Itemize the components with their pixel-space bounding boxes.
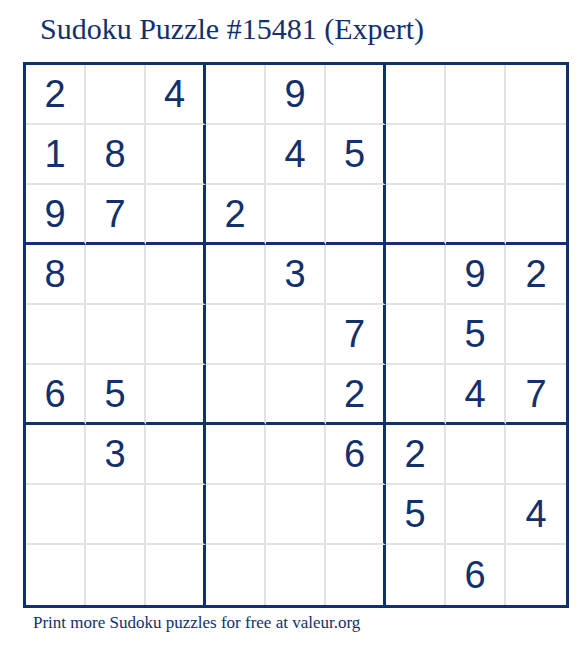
cell-r4c8[interactable]: 9 xyxy=(446,245,506,305)
cell-r6c7[interactable] xyxy=(386,365,446,425)
cell-r1c4[interactable] xyxy=(206,65,266,125)
cell-r7c9[interactable] xyxy=(506,425,566,485)
cell-r4c9[interactable]: 2 xyxy=(506,245,566,305)
cell-r8c5[interactable] xyxy=(266,485,326,545)
cell-r1c2[interactable] xyxy=(86,65,146,125)
cell-r9c5[interactable] xyxy=(266,545,326,605)
cell-r8c8[interactable] xyxy=(446,485,506,545)
cell-r1c1[interactable]: 2 xyxy=(26,65,86,125)
given-digit: 6 xyxy=(44,375,65,413)
given-digit: 4 xyxy=(164,75,185,113)
cell-r4c6[interactable] xyxy=(326,245,386,305)
cell-r7c4[interactable] xyxy=(206,425,266,485)
cell-r1c8[interactable] xyxy=(446,65,506,125)
cell-r2c6[interactable]: 5 xyxy=(326,125,386,185)
cell-r5c1[interactable] xyxy=(26,305,86,365)
cell-r7c3[interactable] xyxy=(146,425,206,485)
given-digit: 9 xyxy=(284,75,305,113)
given-digit: 5 xyxy=(464,315,485,353)
given-digit: 2 xyxy=(44,75,65,113)
given-digit: 1 xyxy=(44,135,65,173)
cell-r1c7[interactable] xyxy=(386,65,446,125)
given-digit: 7 xyxy=(525,375,546,413)
cell-r3c9[interactable] xyxy=(506,185,566,245)
given-digit: 5 xyxy=(344,135,365,173)
cell-r1c6[interactable] xyxy=(326,65,386,125)
cell-r2c2[interactable]: 8 xyxy=(86,125,146,185)
cell-r1c3[interactable]: 4 xyxy=(146,65,206,125)
cell-r2c5[interactable]: 4 xyxy=(266,125,326,185)
cell-r9c2[interactable] xyxy=(86,545,146,605)
cell-r4c4[interactable] xyxy=(206,245,266,305)
given-digit: 6 xyxy=(344,435,365,473)
cell-r3c8[interactable] xyxy=(446,185,506,245)
given-digit: 4 xyxy=(525,495,546,533)
cell-r2c9[interactable] xyxy=(506,125,566,185)
cell-r7c2[interactable]: 3 xyxy=(86,425,146,485)
cell-r7c6[interactable]: 6 xyxy=(326,425,386,485)
cell-r1c9[interactable] xyxy=(506,65,566,125)
cell-r6c9[interactable]: 7 xyxy=(506,365,566,425)
cell-r8c6[interactable] xyxy=(326,485,386,545)
cell-r6c8[interactable]: 4 xyxy=(446,365,506,425)
given-digit: 4 xyxy=(284,135,305,173)
cell-r7c7[interactable]: 2 xyxy=(386,425,446,485)
cell-r5c8[interactable]: 5 xyxy=(446,305,506,365)
given-digit: 4 xyxy=(464,375,485,413)
cell-r8c4[interactable] xyxy=(206,485,266,545)
given-digit: 3 xyxy=(284,255,305,293)
cell-r5c2[interactable] xyxy=(86,305,146,365)
cell-r2c7[interactable] xyxy=(386,125,446,185)
cell-r8c7[interactable]: 5 xyxy=(386,485,446,545)
cell-r8c3[interactable] xyxy=(146,485,206,545)
given-digit: 6 xyxy=(464,556,485,594)
cell-r6c1[interactable]: 6 xyxy=(26,365,86,425)
cell-r3c2[interactable]: 7 xyxy=(86,185,146,245)
cell-r8c1[interactable] xyxy=(26,485,86,545)
cell-r5c4[interactable] xyxy=(206,305,266,365)
cell-r6c3[interactable] xyxy=(146,365,206,425)
given-digit: 8 xyxy=(44,255,65,293)
given-digit: 2 xyxy=(404,435,425,473)
cell-r2c3[interactable] xyxy=(146,125,206,185)
cell-r6c6[interactable]: 2 xyxy=(326,365,386,425)
footer-text: Print more Sudoku puzzles for free at va… xyxy=(33,613,360,633)
given-digit: 2 xyxy=(224,195,245,233)
given-digit: 5 xyxy=(404,495,425,533)
cell-r3c4[interactable]: 2 xyxy=(206,185,266,245)
cell-r5c3[interactable] xyxy=(146,305,206,365)
cell-r9c4[interactable] xyxy=(206,545,266,605)
given-digit: 3 xyxy=(104,435,125,473)
cell-r3c1[interactable]: 9 xyxy=(26,185,86,245)
given-digit: 5 xyxy=(104,375,125,413)
cell-r9c6[interactable] xyxy=(326,545,386,605)
page-title: Sudoku Puzzle #15481 (Expert) xyxy=(40,12,424,46)
cell-r6c2[interactable]: 5 xyxy=(86,365,146,425)
sudoku-page: Sudoku Puzzle #15481 (Expert) 2491845972… xyxy=(0,0,580,651)
cell-r4c5[interactable]: 3 xyxy=(266,245,326,305)
cell-r5c9[interactable] xyxy=(506,305,566,365)
cell-r6c4[interactable] xyxy=(206,365,266,425)
cell-r8c2[interactable] xyxy=(86,485,146,545)
cell-r4c7[interactable] xyxy=(386,245,446,305)
cell-r5c6[interactable]: 7 xyxy=(326,305,386,365)
given-digit: 8 xyxy=(104,135,125,173)
cell-r2c8[interactable] xyxy=(446,125,506,185)
cell-r9c8[interactable]: 6 xyxy=(446,545,506,605)
cell-r7c1[interactable] xyxy=(26,425,86,485)
cell-r3c5[interactable] xyxy=(266,185,326,245)
cell-r4c3[interactable] xyxy=(146,245,206,305)
cell-r7c8[interactable] xyxy=(446,425,506,485)
cell-r9c3[interactable] xyxy=(146,545,206,605)
given-digit: 7 xyxy=(104,195,125,233)
cell-r3c3[interactable] xyxy=(146,185,206,245)
cell-r5c7[interactable] xyxy=(386,305,446,365)
sudoku-grid: 249184597283927565247362546 xyxy=(23,62,569,608)
cell-r3c6[interactable] xyxy=(326,185,386,245)
given-digit: 2 xyxy=(344,375,365,413)
given-digit: 9 xyxy=(44,195,65,233)
cell-r4c2[interactable] xyxy=(86,245,146,305)
cell-r9c7[interactable] xyxy=(386,545,446,605)
cell-r8c9[interactable]: 4 xyxy=(506,485,566,545)
given-digit: 9 xyxy=(464,255,485,293)
cell-r2c1[interactable]: 1 xyxy=(26,125,86,185)
cell-r5c5[interactable] xyxy=(266,305,326,365)
cell-r9c9[interactable] xyxy=(506,545,566,605)
cell-r1c5[interactable]: 9 xyxy=(266,65,326,125)
cell-r3c7[interactable] xyxy=(386,185,446,245)
cell-r4c1[interactable]: 8 xyxy=(26,245,86,305)
given-digit: 7 xyxy=(344,315,365,353)
cell-r6c5[interactable] xyxy=(266,365,326,425)
cell-r2c4[interactable] xyxy=(206,125,266,185)
cell-r7c5[interactable] xyxy=(266,425,326,485)
given-digit: 2 xyxy=(525,255,546,293)
cell-r9c1[interactable] xyxy=(26,545,86,605)
